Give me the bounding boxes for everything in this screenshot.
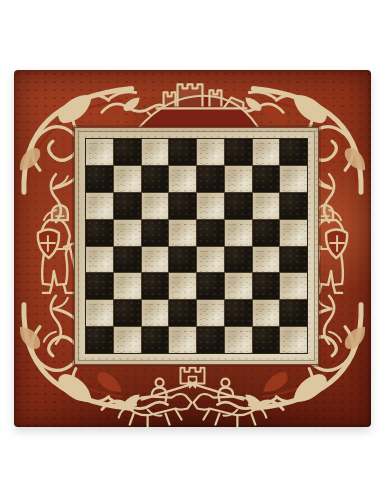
square-a8[interactable] (86, 139, 113, 165)
square-a5[interactable] (86, 220, 113, 246)
square-f1[interactable] (225, 327, 252, 353)
square-g2[interactable] (253, 300, 280, 326)
square-e4[interactable] (197, 247, 224, 273)
square-a4[interactable] (86, 247, 113, 273)
square-h8[interactable] (280, 139, 307, 165)
square-c8[interactable] (142, 139, 169, 165)
square-f4[interactable] (225, 247, 252, 273)
photo-background (0, 0, 381, 492)
square-h7[interactable] (280, 166, 307, 192)
square-c1[interactable] (142, 327, 169, 353)
square-c5[interactable] (142, 220, 169, 246)
square-d3[interactable] (169, 273, 196, 299)
board-frame (74, 127, 319, 365)
jousting-knights-motif (119, 368, 267, 427)
square-e7[interactable] (197, 166, 224, 192)
square-c2[interactable] (142, 300, 169, 326)
square-d8[interactable] (169, 139, 196, 165)
square-a1[interactable] (86, 327, 113, 353)
square-b7[interactable] (114, 166, 141, 192)
square-b2[interactable] (114, 300, 141, 326)
square-f3[interactable] (225, 273, 252, 299)
square-e2[interactable] (197, 300, 224, 326)
square-a3[interactable] (86, 273, 113, 299)
square-d5[interactable] (169, 220, 196, 246)
standing-knight-left-motif (38, 174, 78, 344)
square-h2[interactable] (280, 300, 307, 326)
square-d2[interactable] (169, 300, 196, 326)
square-h5[interactable] (280, 220, 307, 246)
chessboard-squares (85, 138, 308, 354)
square-f5[interactable] (225, 220, 252, 246)
square-g1[interactable] (253, 327, 280, 353)
square-b3[interactable] (114, 273, 141, 299)
square-d4[interactable] (169, 247, 196, 273)
square-h6[interactable] (280, 193, 307, 219)
square-b8[interactable] (114, 139, 141, 165)
square-g8[interactable] (253, 139, 280, 165)
square-f6[interactable] (225, 193, 252, 219)
square-c7[interactable] (142, 166, 169, 192)
square-e1[interactable] (197, 327, 224, 353)
square-h4[interactable] (280, 247, 307, 273)
square-e3[interactable] (197, 273, 224, 299)
square-g5[interactable] (253, 220, 280, 246)
square-b5[interactable] (114, 220, 141, 246)
square-e6[interactable] (197, 193, 224, 219)
square-c4[interactable] (142, 247, 169, 273)
square-e5[interactable] (197, 220, 224, 246)
square-f7[interactable] (225, 166, 252, 192)
square-g4[interactable] (253, 247, 280, 273)
square-d1[interactable] (169, 327, 196, 353)
square-h1[interactable] (280, 327, 307, 353)
square-d6[interactable] (169, 193, 196, 219)
square-f2[interactable] (225, 300, 252, 326)
square-g3[interactable] (253, 273, 280, 299)
square-a6[interactable] (86, 193, 113, 219)
square-h3[interactable] (280, 273, 307, 299)
square-b6[interactable] (114, 193, 141, 219)
square-b4[interactable] (114, 247, 141, 273)
square-g6[interactable] (253, 193, 280, 219)
square-g7[interactable] (253, 166, 280, 192)
square-a2[interactable] (86, 300, 113, 326)
square-e8[interactable] (197, 139, 224, 165)
square-f8[interactable] (225, 139, 252, 165)
square-d7[interactable] (169, 166, 196, 192)
square-b1[interactable] (114, 327, 141, 353)
square-a7[interactable] (86, 166, 113, 192)
square-c6[interactable] (142, 193, 169, 219)
square-c3[interactable] (142, 273, 169, 299)
chessboard (14, 70, 371, 427)
